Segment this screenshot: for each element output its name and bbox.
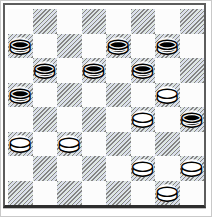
square-r3c6[interactable]: ⛂ — [131, 58, 156, 83]
square-r4c3[interactable] — [57, 83, 82, 108]
square-r7c5[interactable] — [106, 156, 131, 181]
black-man[interactable]: ⛂ — [107, 37, 129, 55]
square-r7c8[interactable]: ⛀ — [180, 156, 205, 181]
checkers-board: ⛂⛂⛂⛂⛂⛂⛂⛀⛀⛂⛀⛀⛀⛀⛀ — [8, 9, 204, 205]
square-r8c2[interactable] — [33, 181, 58, 206]
square-r1c8[interactable] — [180, 9, 205, 34]
square-r8c4[interactable] — [82, 181, 107, 206]
white-man[interactable]: ⛀ — [156, 184, 178, 202]
square-r1c2[interactable] — [33, 9, 58, 34]
square-r7c4[interactable] — [82, 156, 107, 181]
square-r2c5[interactable]: ⛂ — [106, 34, 131, 59]
square-r3c5[interactable] — [106, 58, 131, 83]
square-r5c7[interactable] — [155, 107, 180, 132]
square-r6c5[interactable] — [106, 132, 131, 157]
square-r7c2[interactable] — [33, 156, 58, 181]
scanned-checkers-diagram: ⛂⛂⛂⛂⛂⛂⛂⛀⛀⛂⛀⛀⛀⛀⛀ — [0, 0, 212, 217]
square-r8c8[interactable] — [180, 181, 205, 206]
square-r4c5[interactable] — [106, 83, 131, 108]
square-r8c6[interactable] — [131, 181, 156, 206]
square-r2c1[interactable]: ⛂ — [8, 34, 33, 59]
square-r1c3[interactable] — [57, 9, 82, 34]
black-man[interactable]: ⛂ — [83, 61, 105, 79]
square-r5c5[interactable] — [106, 107, 131, 132]
square-r1c4[interactable] — [82, 9, 107, 34]
black-man[interactable]: ⛂ — [9, 86, 31, 104]
square-r8c5[interactable] — [106, 181, 131, 206]
square-r7c1[interactable] — [8, 156, 33, 181]
black-man[interactable]: ⛂ — [132, 61, 154, 79]
square-r2c3[interactable] — [57, 34, 82, 59]
square-r3c2[interactable]: ⛂ — [33, 58, 58, 83]
square-r8c7[interactable]: ⛀ — [155, 181, 180, 206]
square-r5c2[interactable] — [33, 107, 58, 132]
square-r4c7[interactable]: ⛀ — [155, 83, 180, 108]
white-man[interactable]: ⛀ — [9, 135, 31, 153]
square-r4c4[interactable] — [82, 83, 107, 108]
square-r5c4[interactable] — [82, 107, 107, 132]
square-r3c4[interactable]: ⛂ — [82, 58, 107, 83]
black-man[interactable]: ⛂ — [156, 37, 178, 55]
square-r6c7[interactable] — [155, 132, 180, 157]
square-r2c8[interactable] — [180, 34, 205, 59]
square-r6c3[interactable]: ⛀ — [57, 132, 82, 157]
white-man[interactable]: ⛀ — [181, 159, 203, 177]
square-r6c2[interactable] — [33, 132, 58, 157]
black-man[interactable]: ⛂ — [9, 37, 31, 55]
square-r5c8[interactable]: ⛂ — [180, 107, 205, 132]
square-r2c7[interactable]: ⛂ — [155, 34, 180, 59]
black-man[interactable]: ⛂ — [34, 61, 56, 79]
square-r7c6[interactable]: ⛀ — [131, 156, 156, 181]
square-r6c4[interactable] — [82, 132, 107, 157]
black-man[interactable]: ⛂ — [181, 110, 203, 128]
square-r7c3[interactable] — [57, 156, 82, 181]
square-r6c1[interactable]: ⛀ — [8, 132, 33, 157]
square-r4c2[interactable] — [33, 83, 58, 108]
square-r3c8[interactable] — [180, 58, 205, 83]
square-r8c1[interactable] — [8, 181, 33, 206]
square-r1c6[interactable] — [131, 9, 156, 34]
square-r8c3[interactable] — [57, 181, 82, 206]
white-man[interactable]: ⛀ — [58, 135, 80, 153]
white-man[interactable]: ⛀ — [132, 159, 154, 177]
square-r3c3[interactable] — [57, 58, 82, 83]
square-r4c1[interactable]: ⛂ — [8, 83, 33, 108]
square-r5c6[interactable]: ⛀ — [131, 107, 156, 132]
white-man[interactable]: ⛀ — [132, 110, 154, 128]
white-man[interactable]: ⛀ — [156, 86, 178, 104]
